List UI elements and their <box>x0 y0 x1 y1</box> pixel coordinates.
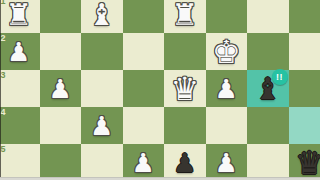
square-f1[interactable]: ♝ <box>81 0 123 33</box>
square-b2[interactable] <box>247 33 289 70</box>
panel-below-board <box>0 177 320 180</box>
square-g2[interactable] <box>40 33 82 70</box>
square-c1[interactable] <box>206 0 248 33</box>
square-e1[interactable] <box>123 0 165 33</box>
piece-white-pawn[interactable]: ♟ <box>7 39 30 65</box>
square-f4[interactable]: ♟ <box>81 107 123 144</box>
square-f3[interactable] <box>81 70 123 107</box>
square-g5[interactable] <box>40 144 82 180</box>
square-h4[interactable]: 4 <box>0 107 40 144</box>
square-b4[interactable] <box>247 107 289 144</box>
square-c2[interactable]: ♚ <box>206 33 248 70</box>
square-d5[interactable]: ♟ <box>164 144 206 180</box>
chess-board-viewport: 1♜♝♜2♟♚3♟♛♟♝4♟5♟♟♟♛ !! <box>0 0 320 180</box>
square-h3[interactable]: 3 <box>0 70 40 107</box>
piece-white-rook[interactable]: ♜ <box>171 0 198 30</box>
piece-white-rook[interactable]: ♜ <box>5 0 32 30</box>
square-b5[interactable] <box>247 144 289 180</box>
rank-label-3: 3 <box>1 71 6 80</box>
piece-black-queen[interactable]: ♛ <box>295 147 320 179</box>
piece-white-pawn[interactable]: ♟ <box>215 150 238 176</box>
square-e3[interactable] <box>123 70 165 107</box>
square-g3[interactable]: ♟ <box>40 70 82 107</box>
square-a5[interactable]: ♛ <box>289 144 320 180</box>
square-e2[interactable] <box>123 33 165 70</box>
square-a1[interactable] <box>289 0 320 33</box>
piece-white-pawn[interactable]: ♟ <box>90 113 113 139</box>
square-d3[interactable]: ♛ <box>164 70 206 107</box>
rank-label-2: 2 <box>1 34 6 43</box>
square-h5[interactable]: 5 <box>0 144 40 180</box>
window-left-edge <box>0 0 1 180</box>
square-e4[interactable] <box>123 107 165 144</box>
piece-white-king[interactable]: ♚ <box>212 36 241 68</box>
square-d4[interactable] <box>164 107 206 144</box>
square-f2[interactable] <box>81 33 123 70</box>
square-b1[interactable] <box>247 0 289 33</box>
chess-board: 1♜♝♜2♟♚3♟♛♟♝4♟5♟♟♟♛ <box>0 0 320 180</box>
square-a4[interactable] <box>289 107 320 144</box>
rank-label-4: 4 <box>1 108 6 117</box>
rank-label-5: 5 <box>1 145 6 154</box>
square-e5[interactable]: ♟ <box>123 144 165 180</box>
piece-white-pawn[interactable]: ♟ <box>132 150 155 176</box>
piece-white-bishop[interactable]: ♝ <box>88 0 115 30</box>
square-h2[interactable]: 2♟ <box>0 33 40 70</box>
square-a3[interactable] <box>289 70 320 107</box>
piece-white-pawn[interactable]: ♟ <box>49 76 72 102</box>
square-c5[interactable]: ♟ <box>206 144 248 180</box>
square-g1[interactable] <box>40 0 82 33</box>
square-d1[interactable]: ♜ <box>164 0 206 33</box>
square-g4[interactable] <box>40 107 82 144</box>
piece-white-queen[interactable]: ♛ <box>170 73 199 105</box>
square-d2[interactable] <box>164 33 206 70</box>
square-a2[interactable] <box>289 33 320 70</box>
square-f5[interactable] <box>81 144 123 180</box>
square-c3[interactable]: ♟ <box>206 70 248 107</box>
brilliant-move-badge: !! <box>272 69 288 85</box>
piece-black-pawn[interactable]: ♟ <box>173 150 196 176</box>
square-c4[interactable] <box>206 107 248 144</box>
piece-white-pawn[interactable]: ♟ <box>215 76 238 102</box>
square-h1[interactable]: 1♜ <box>0 0 40 33</box>
